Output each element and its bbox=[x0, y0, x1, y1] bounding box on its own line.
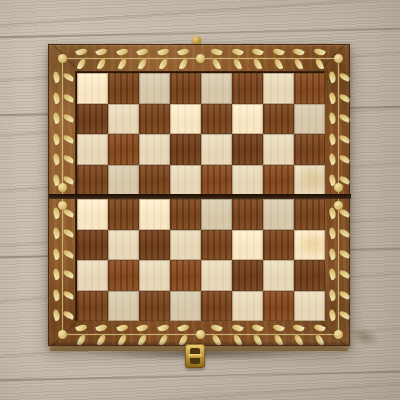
brass-leaf-icon bbox=[292, 323, 305, 333]
brass-leaf-icon bbox=[62, 72, 74, 81]
brass-leaf-icon bbox=[51, 173, 60, 185]
square-e7[interactable] bbox=[201, 104, 232, 135]
brass-leaf-icon bbox=[62, 249, 74, 258]
brass-leaf-icon bbox=[62, 208, 74, 217]
square-e4[interactable] bbox=[201, 199, 232, 230]
brass-leaf-icon bbox=[62, 154, 74, 163]
square-c3[interactable] bbox=[139, 230, 170, 261]
brass-leaf-icon bbox=[62, 228, 74, 237]
square-g7[interactable] bbox=[263, 104, 294, 135]
brass-leaf-icon bbox=[338, 93, 350, 102]
brass-leaf-icon bbox=[273, 334, 282, 346]
brass-leaf-icon bbox=[231, 323, 244, 333]
square-h3[interactable] bbox=[294, 230, 325, 261]
brass-dot-icon bbox=[334, 54, 343, 63]
square-f2[interactable] bbox=[232, 260, 263, 291]
square-b3[interactable] bbox=[108, 230, 139, 261]
square-d8[interactable] bbox=[170, 73, 201, 104]
brass-leaf-icon bbox=[117, 58, 126, 70]
brass-leaf-icon bbox=[338, 228, 350, 237]
square-a8[interactable] bbox=[77, 73, 108, 104]
brass-leaf-icon bbox=[116, 323, 129, 333]
square-c2[interactable] bbox=[139, 260, 170, 291]
brass-leaf-icon bbox=[313, 47, 326, 57]
square-f8[interactable] bbox=[232, 73, 263, 104]
chess-board bbox=[48, 44, 350, 346]
square-b4[interactable] bbox=[108, 199, 139, 230]
square-a3[interactable] bbox=[77, 230, 108, 261]
brass-leaf-icon bbox=[327, 71, 336, 83]
brass-leaf-icon bbox=[51, 112, 60, 124]
square-b5[interactable] bbox=[108, 165, 139, 196]
square-f1[interactable] bbox=[232, 291, 263, 322]
brass-dot-icon bbox=[58, 330, 67, 339]
brass-leaf-icon bbox=[338, 249, 350, 258]
brass-leaf-icon bbox=[327, 112, 336, 124]
brass-leaf-icon bbox=[327, 288, 336, 300]
square-g8[interactable] bbox=[263, 73, 294, 104]
square-g1[interactable] bbox=[263, 291, 294, 322]
brass-leaf-icon bbox=[62, 290, 74, 299]
brass-leaf-icon bbox=[251, 323, 264, 333]
square-d2[interactable] bbox=[170, 260, 201, 291]
brass-leaf-icon bbox=[231, 47, 244, 57]
square-d4[interactable] bbox=[170, 199, 201, 230]
brass-leaf-icon bbox=[116, 47, 129, 57]
square-c4[interactable] bbox=[139, 199, 170, 230]
brass-leaf-icon bbox=[75, 323, 88, 333]
square-a6[interactable] bbox=[77, 134, 108, 165]
brass-leaf-icon bbox=[51, 71, 60, 83]
square-h7[interactable] bbox=[294, 104, 325, 135]
square-h8[interactable] bbox=[294, 73, 325, 104]
square-e8[interactable] bbox=[201, 73, 232, 104]
square-b7[interactable] bbox=[108, 104, 139, 135]
brass-leaf-icon bbox=[51, 132, 60, 144]
brass-leaf-icon bbox=[327, 227, 336, 239]
square-a7[interactable] bbox=[77, 104, 108, 135]
brass-leaf-icon bbox=[232, 334, 241, 346]
square-d3[interactable] bbox=[170, 230, 201, 261]
brass-leaf-icon bbox=[62, 113, 74, 122]
brass-leaf-icon bbox=[253, 58, 262, 70]
brass-leaf-icon bbox=[177, 323, 190, 333]
square-d7[interactable] bbox=[170, 104, 201, 135]
brass-leaf-icon bbox=[232, 58, 241, 70]
brass-leaf-icon bbox=[251, 47, 264, 57]
brass-dot-icon bbox=[196, 54, 205, 63]
photo-scene bbox=[0, 0, 400, 400]
brass-leaf-icon bbox=[177, 47, 190, 57]
brass-leaf-icon bbox=[51, 153, 60, 165]
brass-leaf-icon bbox=[253, 334, 262, 346]
brass-leaf-icon bbox=[51, 247, 60, 259]
brass-leaf-icon bbox=[210, 47, 223, 57]
brass-leaf-icon bbox=[327, 309, 336, 321]
square-c1[interactable] bbox=[139, 291, 170, 322]
brass-leaf-icon bbox=[294, 334, 303, 346]
brass-leaf-icon bbox=[51, 91, 60, 103]
brass-leaf-icon bbox=[75, 47, 88, 57]
brass-leaf-icon bbox=[327, 132, 336, 144]
brass-leaf-icon bbox=[51, 268, 60, 280]
brass-leaf-icon bbox=[157, 323, 170, 333]
brass-leaf-icon bbox=[338, 134, 350, 143]
wood-knot bbox=[348, 324, 382, 350]
square-b2[interactable] bbox=[108, 260, 139, 291]
brass-leaf-icon bbox=[338, 290, 350, 299]
brass-dot-icon bbox=[334, 330, 343, 339]
brass-leaf-icon bbox=[327, 91, 336, 103]
square-a2[interactable] bbox=[77, 260, 108, 291]
square-b6[interactable] bbox=[108, 134, 139, 165]
square-g5[interactable] bbox=[263, 165, 294, 196]
brass-leaf-icon bbox=[136, 323, 149, 333]
brass-leaf-icon bbox=[97, 58, 106, 70]
square-g4[interactable] bbox=[263, 199, 294, 230]
hinge-knob bbox=[192, 36, 201, 44]
square-e5[interactable] bbox=[201, 165, 232, 196]
square-d5[interactable] bbox=[170, 165, 201, 196]
brass-leaf-icon bbox=[179, 58, 188, 70]
brass-leaf-icon bbox=[95, 323, 108, 333]
square-e6[interactable] bbox=[201, 134, 232, 165]
square-h1[interactable] bbox=[294, 291, 325, 322]
brass-leaf-icon bbox=[338, 72, 350, 81]
brass-leaf-icon bbox=[273, 58, 282, 70]
brass-leaf-icon bbox=[314, 334, 323, 346]
square-b1[interactable] bbox=[108, 291, 139, 322]
brass-leaf-icon bbox=[136, 47, 149, 57]
square-f5[interactable] bbox=[232, 165, 263, 196]
square-f6[interactable] bbox=[232, 134, 263, 165]
brass-leaf-icon bbox=[62, 269, 74, 278]
square-a4[interactable] bbox=[77, 199, 108, 230]
brass-leaf-icon bbox=[138, 334, 147, 346]
latch-bar bbox=[188, 354, 202, 358]
brass-dot-icon bbox=[58, 54, 67, 63]
square-a5[interactable] bbox=[77, 165, 108, 196]
brass-leaf-icon bbox=[327, 153, 336, 165]
brass-leaf-icon bbox=[62, 134, 74, 143]
brass-leaf-icon bbox=[294, 58, 303, 70]
brass-leaf-icon bbox=[314, 58, 323, 70]
square-e1[interactable] bbox=[201, 291, 232, 322]
brass-dot-icon bbox=[196, 330, 205, 339]
board-lower-half bbox=[77, 199, 325, 321]
brass-leaf-icon bbox=[338, 269, 350, 278]
square-e2[interactable] bbox=[201, 260, 232, 291]
square-h2[interactable] bbox=[294, 260, 325, 291]
square-e3[interactable] bbox=[201, 230, 232, 261]
brass-leaf-icon bbox=[51, 288, 60, 300]
square-c6[interactable] bbox=[139, 134, 170, 165]
square-g2[interactable] bbox=[263, 260, 294, 291]
square-d6[interactable] bbox=[170, 134, 201, 165]
square-g3[interactable] bbox=[263, 230, 294, 261]
brass-leaf-icon bbox=[212, 334, 221, 346]
brass-leaf-icon bbox=[327, 247, 336, 259]
brass-leaf-icon bbox=[51, 309, 60, 321]
brass-leaf-icon bbox=[272, 323, 285, 333]
square-h5[interactable] bbox=[294, 165, 325, 196]
square-h6[interactable] bbox=[294, 134, 325, 165]
brass-leaf-icon bbox=[138, 58, 147, 70]
square-f7[interactable] bbox=[232, 104, 263, 135]
brass-leaf-icon bbox=[117, 334, 126, 346]
brass-leaf-icon bbox=[327, 268, 336, 280]
brass-latch bbox=[185, 344, 205, 368]
square-h4[interactable] bbox=[294, 199, 325, 230]
brass-leaf-icon bbox=[97, 334, 106, 346]
brass-leaf-icon bbox=[76, 58, 85, 70]
square-f4[interactable] bbox=[232, 199, 263, 230]
brass-leaf-icon bbox=[272, 47, 285, 57]
brass-leaf-icon bbox=[292, 47, 305, 57]
brass-leaf-icon bbox=[212, 58, 221, 70]
square-d1[interactable] bbox=[170, 291, 201, 322]
brass-leaf-icon bbox=[338, 154, 350, 163]
brass-leaf-icon bbox=[210, 323, 223, 333]
fold-seam bbox=[49, 194, 351, 199]
brass-leaf-icon bbox=[338, 310, 350, 319]
square-c5[interactable] bbox=[139, 165, 170, 196]
square-c8[interactable] bbox=[139, 73, 170, 104]
brass-leaf-icon bbox=[76, 334, 85, 346]
square-b8[interactable] bbox=[108, 73, 139, 104]
brass-leaf-icon bbox=[157, 47, 170, 57]
square-a1[interactable] bbox=[77, 291, 108, 322]
brass-leaf-icon bbox=[95, 47, 108, 57]
brass-leaf-icon bbox=[338, 113, 350, 122]
brass-leaf-icon bbox=[62, 93, 74, 102]
brass-leaf-icon bbox=[62, 310, 74, 319]
brass-leaf-icon bbox=[338, 208, 350, 217]
square-c7[interactable] bbox=[139, 104, 170, 135]
brass-leaf-icon bbox=[158, 334, 167, 346]
square-f3[interactable] bbox=[232, 230, 263, 261]
square-g6[interactable] bbox=[263, 134, 294, 165]
brass-leaf-icon bbox=[327, 173, 336, 185]
brass-leaf-icon bbox=[51, 227, 60, 239]
background-plank-seam bbox=[0, 371, 400, 382]
board-upper-half bbox=[77, 73, 325, 195]
brass-leaf-icon bbox=[158, 58, 167, 70]
